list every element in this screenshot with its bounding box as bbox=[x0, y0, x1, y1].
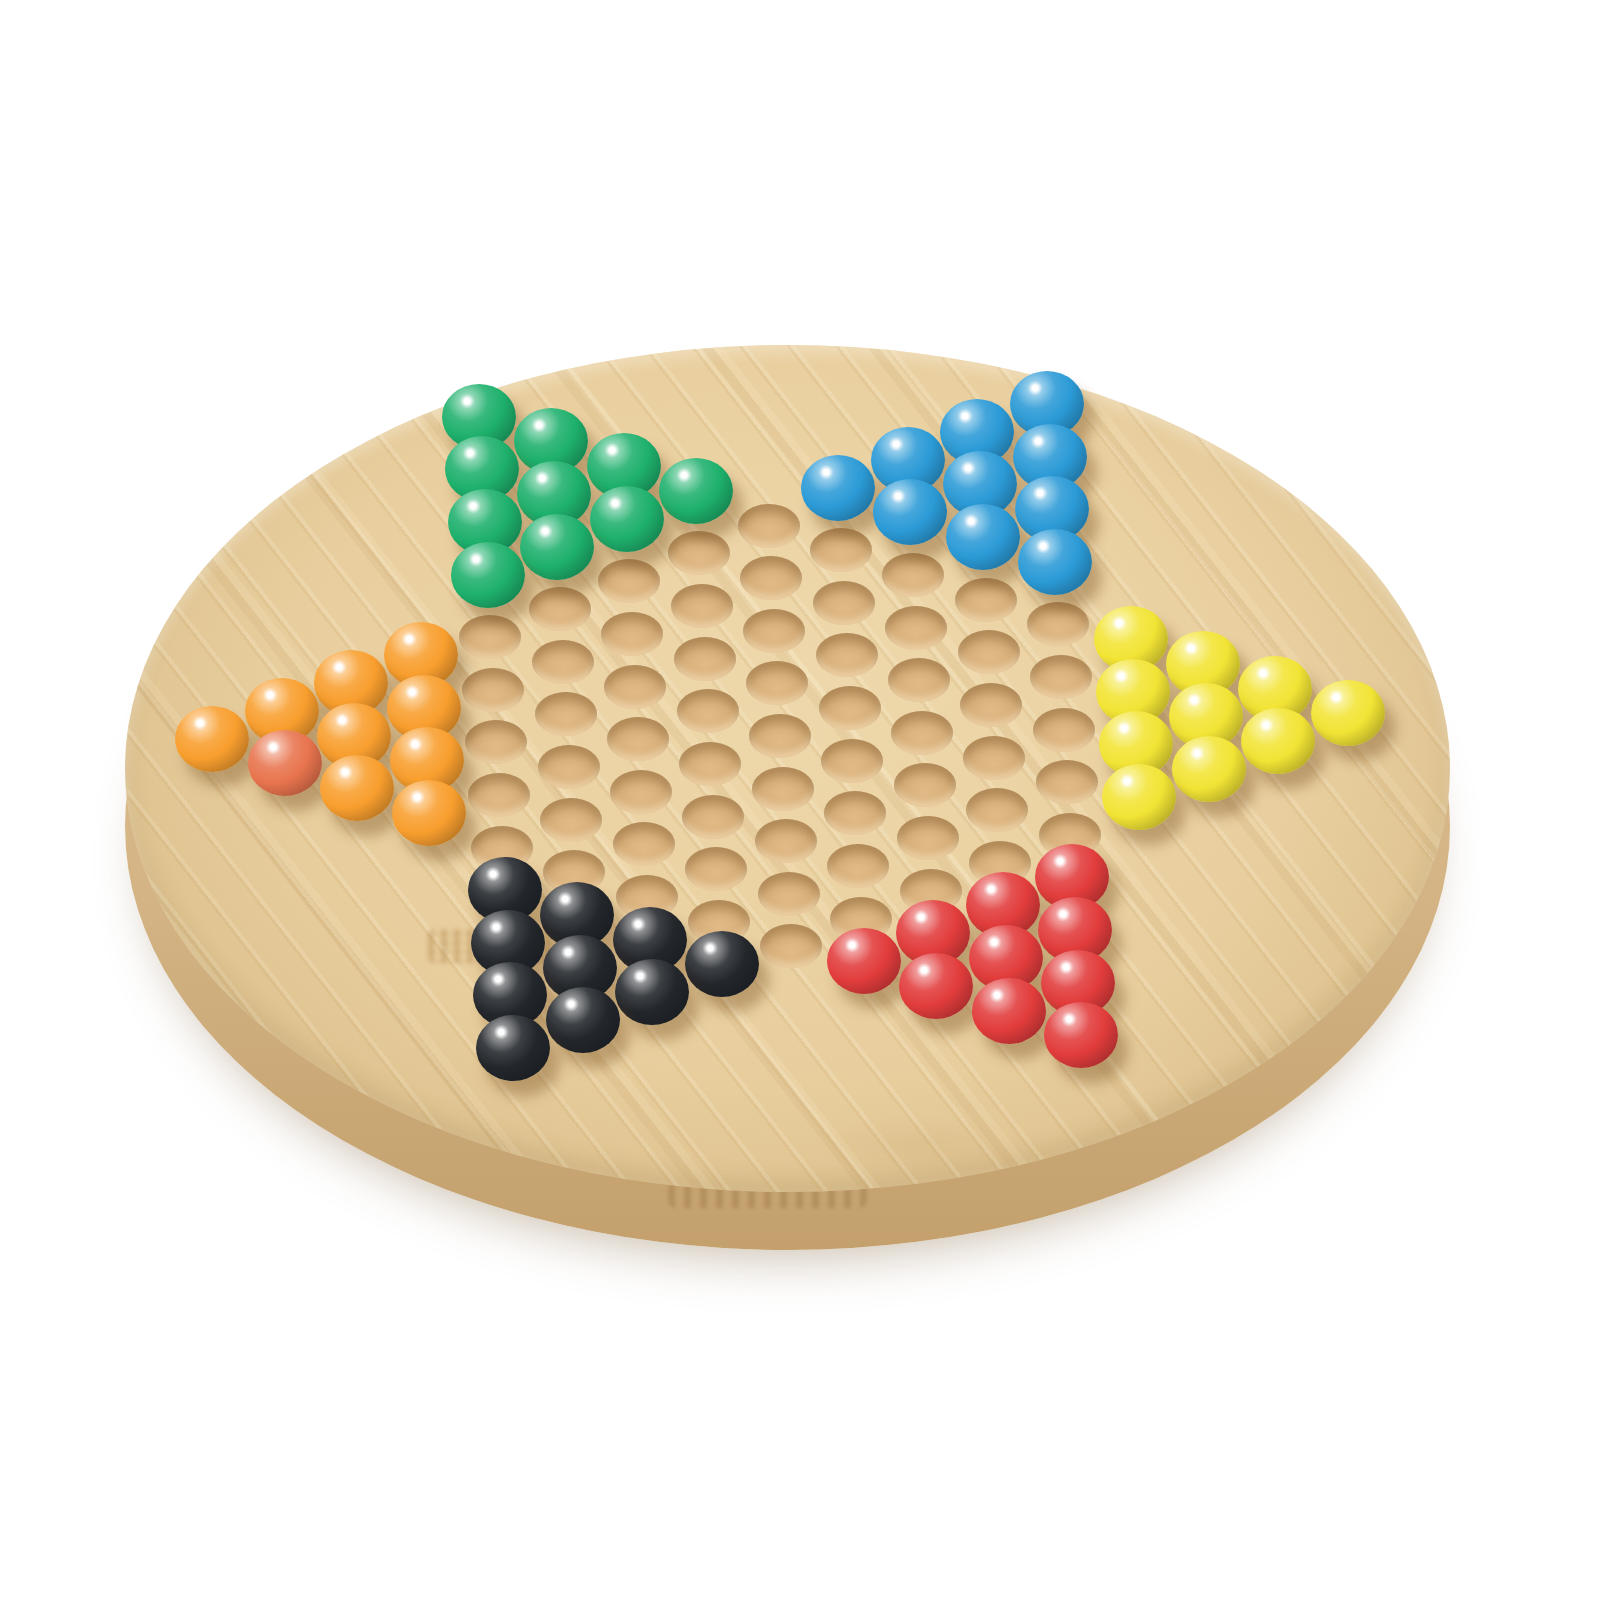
hole[interactable] bbox=[827, 844, 889, 888]
hole[interactable] bbox=[538, 745, 600, 789]
hole[interactable] bbox=[529, 587, 591, 631]
hole[interactable] bbox=[540, 798, 602, 842]
marble-green[interactable] bbox=[520, 514, 594, 580]
product-photo-scene bbox=[0, 0, 1600, 1600]
hole[interactable] bbox=[966, 788, 1028, 832]
marble-red[interactable] bbox=[1044, 1002, 1118, 1068]
hole[interactable] bbox=[816, 633, 878, 677]
hole[interactable] bbox=[671, 584, 733, 628]
hole[interactable] bbox=[960, 683, 1022, 727]
hole[interactable] bbox=[462, 668, 524, 712]
hole[interactable] bbox=[888, 658, 950, 702]
marble-yellow[interactable] bbox=[1172, 736, 1246, 802]
hole[interactable] bbox=[604, 665, 666, 709]
marble-orange[interactable] bbox=[175, 706, 249, 772]
hole[interactable] bbox=[738, 504, 800, 548]
hole[interactable] bbox=[1030, 655, 1092, 699]
hole[interactable] bbox=[810, 528, 872, 572]
hole[interactable] bbox=[758, 872, 820, 916]
hole[interactable] bbox=[601, 612, 663, 656]
hole[interactable] bbox=[897, 816, 959, 860]
hole[interactable] bbox=[685, 847, 747, 891]
hole[interactable] bbox=[532, 640, 594, 684]
hole[interactable] bbox=[682, 795, 744, 839]
marble-blue[interactable] bbox=[873, 479, 947, 545]
hole[interactable] bbox=[958, 630, 1020, 674]
hole[interactable] bbox=[955, 578, 1017, 622]
hole[interactable] bbox=[894, 763, 956, 807]
marble-yellow[interactable] bbox=[1102, 764, 1176, 830]
hole[interactable] bbox=[613, 822, 675, 866]
hole[interactable] bbox=[963, 736, 1025, 780]
marble-black[interactable] bbox=[685, 931, 759, 997]
hole[interactable] bbox=[535, 692, 597, 736]
hole[interactable] bbox=[885, 606, 947, 650]
marble-black[interactable] bbox=[546, 987, 620, 1053]
hole[interactable] bbox=[749, 714, 811, 758]
hole[interactable] bbox=[1036, 760, 1098, 804]
hole[interactable] bbox=[610, 770, 672, 814]
marble-green[interactable] bbox=[590, 486, 664, 552]
marble-black[interactable] bbox=[476, 1015, 550, 1081]
marble-blue[interactable] bbox=[1018, 529, 1092, 595]
marble-red[interactable] bbox=[827, 928, 901, 994]
marble-black[interactable] bbox=[615, 959, 689, 1025]
hole[interactable] bbox=[468, 773, 530, 817]
hole[interactable] bbox=[677, 689, 739, 733]
marble-orange[interactable] bbox=[392, 780, 466, 846]
hole[interactable] bbox=[1033, 708, 1095, 752]
hole[interactable] bbox=[882, 553, 944, 597]
hole[interactable] bbox=[891, 711, 953, 755]
hole[interactable] bbox=[755, 819, 817, 863]
marble-blue[interactable] bbox=[801, 455, 875, 521]
hole[interactable] bbox=[819, 686, 881, 730]
marble-red[interactable] bbox=[972, 978, 1046, 1044]
marble-yellow[interactable] bbox=[1311, 680, 1385, 746]
marble-green[interactable] bbox=[659, 458, 733, 524]
marble-red[interactable] bbox=[899, 953, 973, 1019]
hole[interactable] bbox=[743, 609, 805, 653]
marble-orange[interactable] bbox=[320, 755, 394, 821]
hole[interactable] bbox=[607, 717, 669, 761]
hole[interactable] bbox=[752, 767, 814, 811]
marble-blue[interactable] bbox=[946, 504, 1020, 570]
marble-green[interactable] bbox=[451, 542, 525, 608]
marble-yellow[interactable] bbox=[1241, 708, 1315, 774]
marble-orange[interactable] bbox=[248, 730, 322, 796]
hole[interactable] bbox=[821, 739, 883, 783]
hole[interactable] bbox=[674, 637, 736, 681]
hole[interactable] bbox=[813, 581, 875, 625]
hole[interactable] bbox=[679, 742, 741, 786]
